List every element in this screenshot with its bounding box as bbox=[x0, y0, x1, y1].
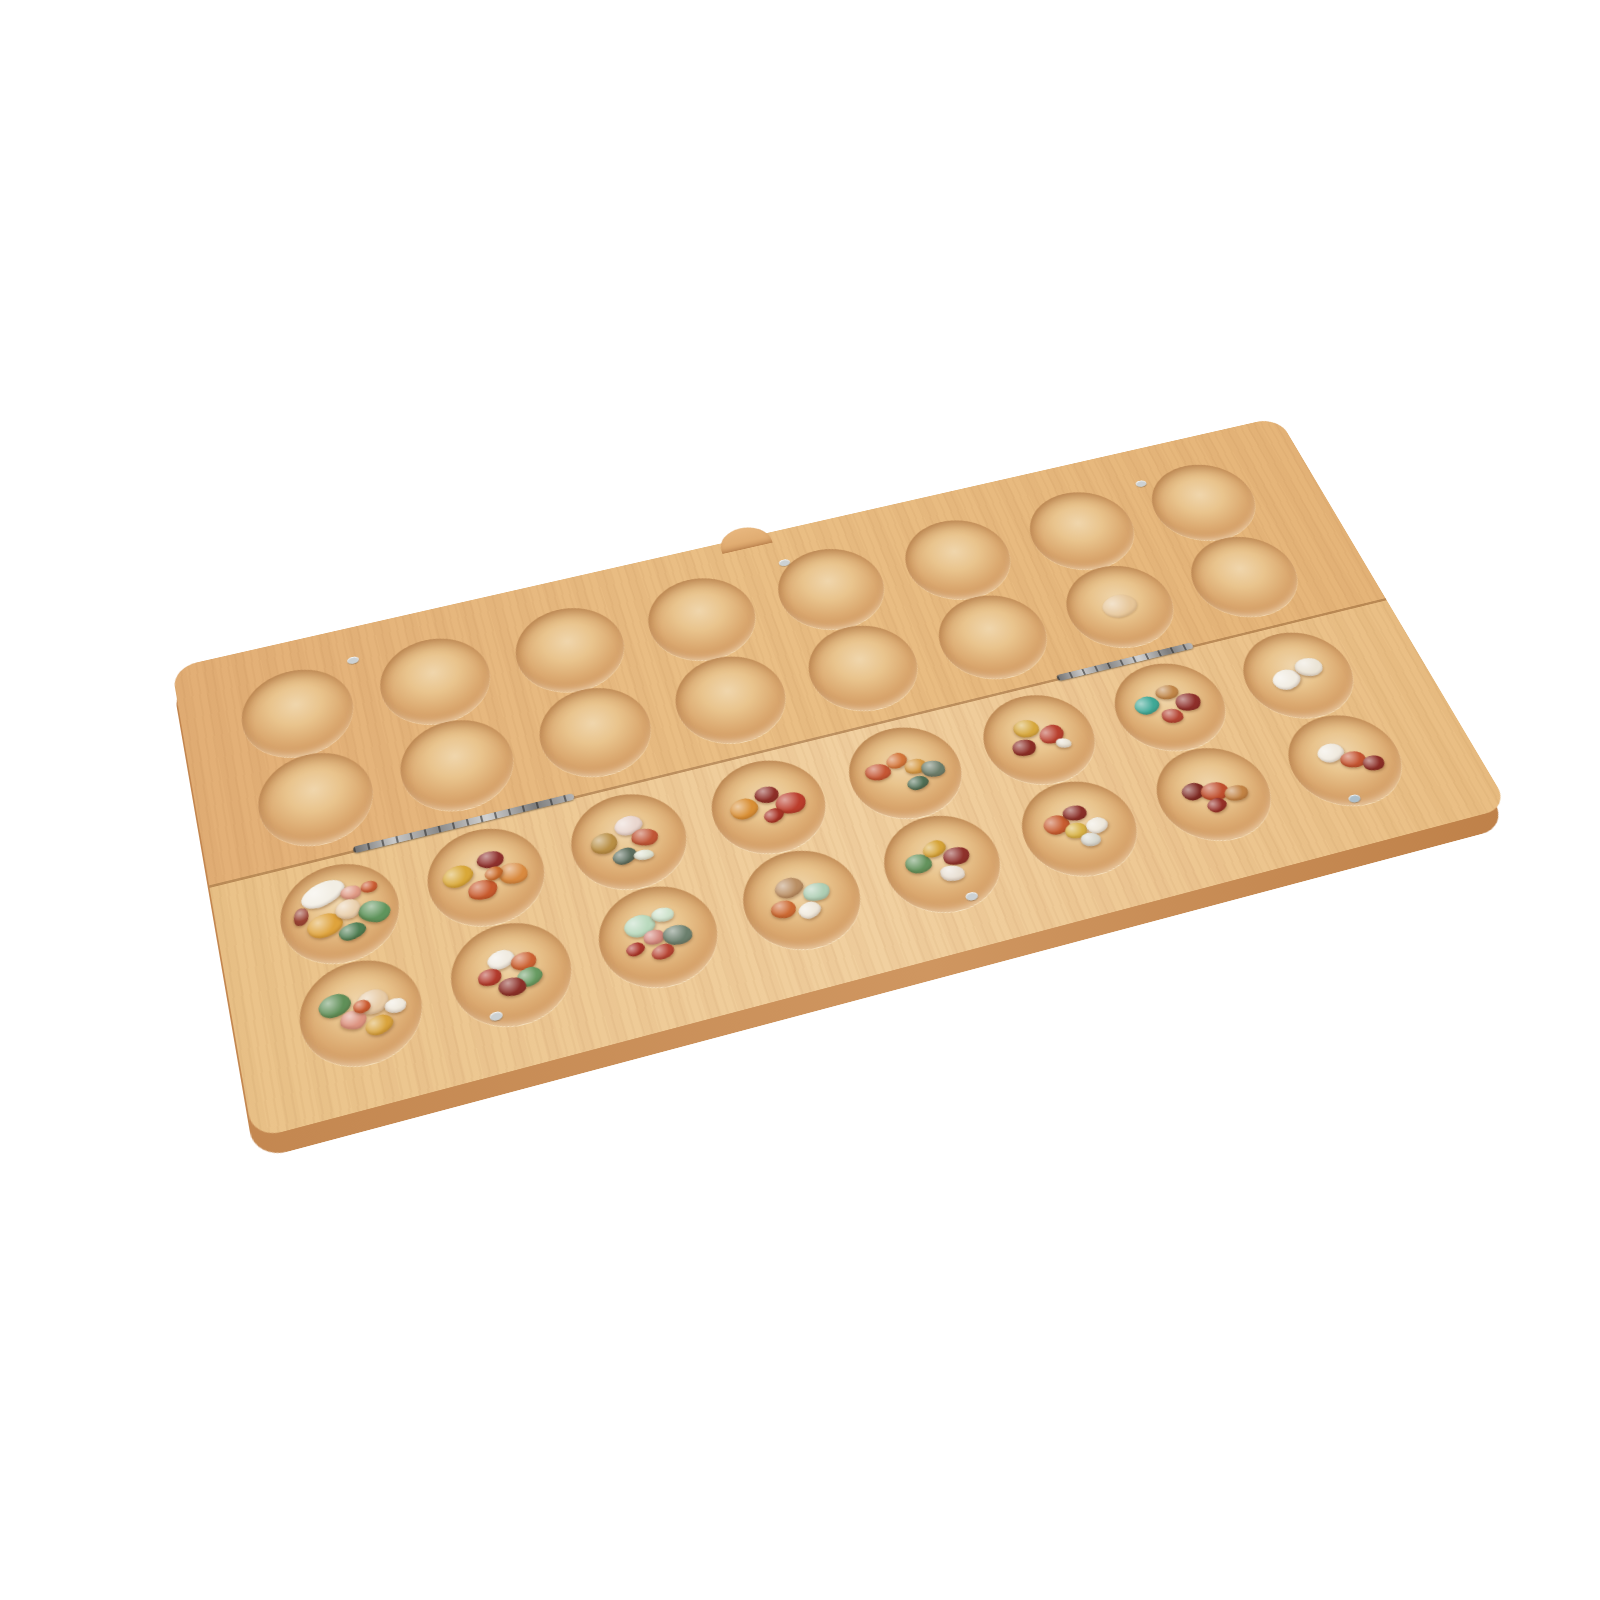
pit-front-near-3[interactable] bbox=[587, 875, 731, 1001]
gem-stone bbox=[662, 924, 693, 947]
gem-stone bbox=[304, 909, 347, 943]
gem-stone bbox=[754, 786, 779, 803]
gem-stone bbox=[352, 998, 372, 1015]
pit-front-far-2[interactable] bbox=[418, 817, 556, 938]
gem-stone bbox=[883, 750, 911, 771]
pit-front-near-2[interactable] bbox=[441, 911, 584, 1040]
gem-stone bbox=[801, 880, 833, 903]
pit-front-far-3[interactable] bbox=[560, 783, 699, 901]
gem-stone bbox=[1161, 708, 1185, 723]
gem-stone bbox=[795, 898, 825, 922]
gem-stone bbox=[1062, 821, 1090, 841]
gem-stone bbox=[610, 844, 641, 868]
gem-stone bbox=[1360, 753, 1388, 772]
gem-stone bbox=[588, 831, 620, 857]
magnet-dot bbox=[1347, 794, 1362, 804]
gem-stone bbox=[864, 763, 893, 782]
gem-stone bbox=[761, 805, 787, 825]
pit-front-near-5[interactable] bbox=[869, 804, 1016, 924]
glass-stone bbox=[1097, 590, 1142, 621]
gem-stone bbox=[476, 967, 503, 989]
gem-stone bbox=[315, 990, 354, 1023]
gem-stone bbox=[631, 828, 658, 846]
gem-stone bbox=[940, 845, 972, 868]
gem-stone bbox=[1338, 750, 1368, 768]
gem-stone bbox=[771, 874, 807, 902]
gem-stone bbox=[633, 848, 655, 861]
magnet-dot bbox=[489, 1010, 504, 1021]
gem-stone bbox=[1035, 722, 1069, 747]
gem-stone bbox=[642, 928, 667, 947]
hinge-pin-left bbox=[353, 793, 575, 853]
gem-stone bbox=[1083, 814, 1112, 836]
gem-stone bbox=[292, 908, 310, 926]
gem-stone bbox=[510, 951, 537, 972]
mancala-board bbox=[172, 417, 1509, 1137]
gem-stone bbox=[466, 877, 499, 903]
gem-stone bbox=[726, 795, 762, 823]
gem-stone bbox=[1012, 719, 1041, 739]
gem-stone bbox=[354, 986, 391, 1017]
gem-stone bbox=[1010, 737, 1039, 758]
gem-stone bbox=[340, 1010, 367, 1031]
pit-front-far-1[interactable] bbox=[272, 852, 409, 976]
pit-front-near-7[interactable] bbox=[1140, 737, 1289, 852]
gem-stone bbox=[385, 997, 407, 1014]
gem-stone bbox=[482, 863, 506, 883]
gem-stone bbox=[772, 789, 808, 816]
gem-stone bbox=[356, 899, 393, 923]
gem-stone bbox=[498, 863, 529, 884]
gem-stone bbox=[498, 976, 527, 997]
gem-stone bbox=[939, 865, 965, 882]
gem-stone bbox=[360, 879, 379, 894]
gem-stone bbox=[1079, 831, 1103, 847]
gem-stone bbox=[362, 1010, 397, 1039]
gem-stone bbox=[513, 963, 546, 990]
gem-stone bbox=[1222, 783, 1252, 803]
gem-stone bbox=[296, 874, 350, 915]
gem-stone bbox=[624, 940, 648, 959]
board-3d-wrapper bbox=[172, 417, 1509, 1137]
gem-stone bbox=[904, 773, 931, 792]
gem-stone bbox=[336, 919, 369, 944]
gem-stone bbox=[620, 911, 659, 942]
pit-back-near-1[interactable] bbox=[251, 742, 382, 857]
gem-stone bbox=[340, 885, 361, 901]
gem-stone bbox=[651, 907, 675, 923]
gem-stone bbox=[1056, 738, 1072, 748]
gem-stone bbox=[484, 946, 518, 973]
gem-stone bbox=[438, 861, 477, 892]
gem-stone bbox=[902, 757, 929, 776]
pit-front-near-1[interactable] bbox=[291, 948, 432, 1080]
gem-stone bbox=[1061, 804, 1088, 821]
gem-stone bbox=[1198, 781, 1231, 802]
gem-stone bbox=[611, 812, 646, 839]
gem-stone bbox=[921, 761, 946, 778]
pit-front-near-4[interactable] bbox=[730, 839, 875, 962]
gem-stone bbox=[1178, 780, 1209, 804]
product-photo-scene bbox=[0, 0, 1600, 1600]
gem-stone bbox=[919, 837, 950, 860]
gem-stone bbox=[477, 850, 504, 869]
gem-stone bbox=[903, 853, 933, 875]
magnet-dot bbox=[964, 891, 979, 902]
gem-stone bbox=[649, 941, 677, 962]
gem-stone bbox=[1204, 795, 1230, 815]
gem-stone bbox=[770, 900, 797, 919]
pit-front-far-4[interactable] bbox=[699, 749, 840, 865]
gem-stone bbox=[333, 897, 362, 922]
pit-front-near-6[interactable] bbox=[1006, 770, 1154, 887]
gem-stone bbox=[1313, 740, 1349, 766]
gem-stone bbox=[1040, 812, 1074, 838]
